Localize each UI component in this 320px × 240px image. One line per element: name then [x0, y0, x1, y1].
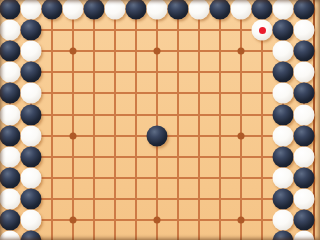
- stone-white: [294, 231, 315, 240]
- last-move-marker: [259, 27, 266, 34]
- stone-white: [294, 104, 315, 125]
- stone-black: [294, 41, 315, 62]
- star-point: [70, 132, 77, 139]
- stone-black: [273, 62, 294, 83]
- stone-white: [273, 210, 294, 231]
- stone-black: [21, 146, 42, 167]
- star-point: [238, 217, 245, 224]
- stone-white: [252, 20, 273, 41]
- grid-line-h: [9, 198, 315, 200]
- stone-black: [294, 210, 315, 231]
- stone-black: [21, 20, 42, 41]
- stone-white: [294, 146, 315, 167]
- stone-white: [0, 146, 21, 167]
- grid-line-v: [240, 8, 242, 240]
- stone-white: [63, 0, 84, 20]
- star-point: [154, 217, 161, 224]
- grid-line-v: [198, 8, 200, 240]
- star-point: [154, 48, 161, 55]
- stone-white: [294, 188, 315, 209]
- stone-white: [105, 0, 126, 20]
- stone-black: [0, 0, 21, 20]
- star-point: [238, 132, 245, 139]
- stone-black: [294, 0, 315, 20]
- star-point: [238, 48, 245, 55]
- stone-white: [21, 125, 42, 146]
- stone-black: [21, 104, 42, 125]
- stone-white: [294, 62, 315, 83]
- star-point: [70, 48, 77, 55]
- stone-black: [273, 231, 294, 240]
- stone-white: [273, 41, 294, 62]
- stone-white: [21, 0, 42, 20]
- stone-black: [294, 125, 315, 146]
- stone-white: [189, 0, 210, 20]
- stone-black: [21, 188, 42, 209]
- grid-line-v: [156, 8, 158, 240]
- screen-edge-vignette: [0, 0, 320, 240]
- stone-white: [273, 167, 294, 188]
- stone-white: [21, 41, 42, 62]
- stone-black: [168, 0, 189, 20]
- stone-black: [273, 20, 294, 41]
- grid-line-h: [9, 219, 315, 221]
- board-right-edge-line: [313, 0, 315, 240]
- stone-white: [0, 188, 21, 209]
- stone-white: [147, 0, 168, 20]
- stone-black: [294, 167, 315, 188]
- grid-line-v: [114, 8, 116, 240]
- grid-line-v: [93, 8, 95, 240]
- stone-black: [21, 62, 42, 83]
- grid-line-h: [9, 71, 315, 73]
- stone-black: [0, 167, 21, 188]
- grid-line-v: [219, 8, 221, 240]
- grid-line-v: [135, 8, 137, 240]
- stone-black: [273, 104, 294, 125]
- stone-white: [0, 104, 21, 125]
- stone-black: [273, 146, 294, 167]
- grid-line-v: [51, 8, 53, 240]
- stone-white: [21, 167, 42, 188]
- stone-white: [231, 0, 252, 20]
- stone-white: [0, 62, 21, 83]
- stone-black: [42, 0, 63, 20]
- stone-black: [252, 0, 273, 20]
- stone-white: [0, 231, 21, 240]
- stone-black: [294, 83, 315, 104]
- grid-line-h: [9, 177, 315, 179]
- stone-black: [273, 188, 294, 209]
- grid-line-v: [177, 8, 179, 240]
- grid-line-h: [9, 114, 315, 116]
- stone-black: [126, 0, 147, 20]
- stone-white: [0, 20, 21, 41]
- stone-white: [21, 210, 42, 231]
- grid-line-h: [9, 92, 315, 94]
- stone-white: [273, 0, 294, 20]
- stone-black: [0, 210, 21, 231]
- gomoku-board[interactable]: [0, 0, 320, 240]
- stone-black: [84, 0, 105, 20]
- stone-black: [147, 125, 168, 146]
- grid-line-h: [9, 156, 315, 158]
- star-point: [70, 217, 77, 224]
- stone-white: [294, 20, 315, 41]
- stone-black: [0, 83, 21, 104]
- stone-black: [21, 231, 42, 240]
- stone-white: [21, 83, 42, 104]
- grid-line-v: [261, 8, 263, 240]
- stone-black: [210, 0, 231, 20]
- grid-line-h: [9, 50, 315, 52]
- stone-white: [273, 125, 294, 146]
- stone-black: [0, 41, 21, 62]
- stone-white: [273, 83, 294, 104]
- grid-line-v: [72, 8, 74, 240]
- stone-black: [0, 125, 21, 146]
